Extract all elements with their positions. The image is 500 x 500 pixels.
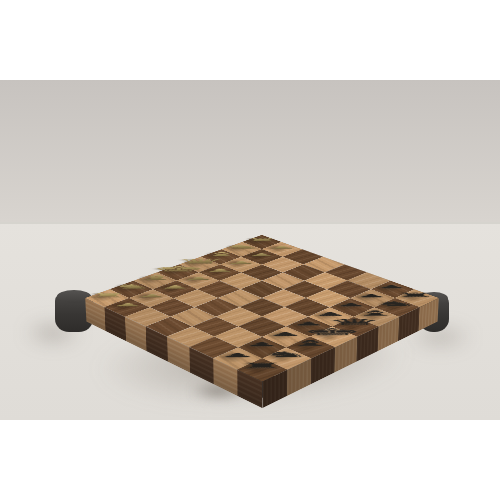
piece-black-pawn-h7: ♟ bbox=[220, 353, 256, 359]
piece-brass-pawn-h2: ♟ bbox=[111, 302, 145, 307]
piece-brass-rook-h1: ♜ bbox=[87, 292, 130, 298]
piece-black-queen-d8: ♛ bbox=[326, 318, 384, 326]
piece-black-pawn-g7: ♟ bbox=[245, 342, 280, 347]
piece-black-knight-b8: ♞ bbox=[374, 301, 419, 307]
piece-black-pawn-c7: ♟ bbox=[335, 302, 369, 307]
piece-brass-pawn-d2: ♟ bbox=[205, 268, 236, 272]
piece-black-pawn-d7: ♟ bbox=[314, 312, 348, 317]
board-grid: ♜♟♟♜♞♟♟♞♝♟♟♝♛♟♟♛♚♟♟♚♝♟♟♝♞♟♟♞♜♟♟♜ bbox=[85, 235, 439, 381]
piece-brass-bishop-c1: ♝ bbox=[201, 251, 242, 256]
chess-board: ♜♟♟♜♞♟♟♞♝♟♟♝♛♟♟♛♚♟♟♚♝♟♟♝♞♟♟♞♜♟♟♜ bbox=[85, 235, 439, 381]
piece-brass-knight-b1: ♞ bbox=[222, 244, 261, 249]
piece-black-pawn-f7: ♟ bbox=[268, 331, 303, 336]
piece-black-pawn-a7: ♟ bbox=[375, 285, 408, 289]
piece-brass-pawn-f2: ♟ bbox=[159, 285, 191, 289]
piece-black-pawn-b7: ♟ bbox=[356, 294, 389, 298]
piece-brass-pawn-e2: ♟ bbox=[182, 276, 214, 280]
piece-black-bishop-f8: ♝ bbox=[286, 340, 335, 347]
piece-black-king-e8: ♚ bbox=[302, 327, 364, 336]
piece-brass-pawn-g2: ♟ bbox=[135, 294, 168, 298]
piece-brass-king-e1: ♚ bbox=[151, 265, 206, 272]
piece-black-rook-a8: ♜ bbox=[395, 292, 438, 298]
piece-brass-knight-g1: ♞ bbox=[111, 283, 155, 289]
piece-brass-queen-d1: ♛ bbox=[175, 258, 226, 265]
piece-brass-pawn-a2: ♟ bbox=[267, 246, 296, 250]
piece-brass-pawn-b2: ♟ bbox=[247, 253, 277, 257]
piece-black-knight-g8: ♞ bbox=[263, 351, 311, 358]
photo-area: ♜♟♟♜♞♟♟♞♝♟♟♝♛♟♟♛♚♟♟♚♝♟♟♝♞♟♟♞♜♟♟♜ bbox=[0, 80, 500, 420]
piece-black-rook-h8: ♜ bbox=[239, 362, 286, 369]
piece-brass-pawn-c2: ♟ bbox=[226, 261, 256, 265]
piece-brass-rook-a1: ♜ bbox=[243, 237, 280, 242]
scene: ♜♟♟♜♞♟♟♞♝♟♟♝♛♟♟♛♚♟♟♚♝♟♟♝♞♟♟♞♜♟♟♜ bbox=[0, 80, 500, 420]
